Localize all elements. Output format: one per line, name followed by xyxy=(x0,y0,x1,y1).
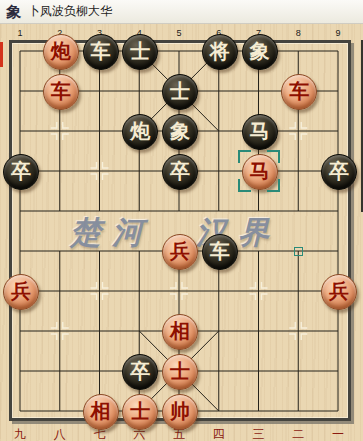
piece-red-4-10[interactable]: 士 xyxy=(122,394,158,430)
piece-red-2-2[interactable]: 车 xyxy=(43,74,79,110)
piece-red-7-4[interactable]: 马 xyxy=(242,154,278,190)
file-label-bottom: 三 xyxy=(251,426,267,441)
file-label-bottom: 八 xyxy=(52,426,68,441)
piece-red-8-2[interactable]: 车 xyxy=(281,74,317,110)
xiangqi-app-icon: 象 xyxy=(5,3,22,20)
piece-black-4-3[interactable]: 炮 xyxy=(122,114,158,150)
xiangqi-board[interactable]: 楚河 汉界 123456789九八七六五四三二一炮车士将象车士车炮象马卒卒马卒兵… xyxy=(0,24,363,441)
file-label-bottom: 一 xyxy=(330,426,346,441)
piece-black-5-2[interactable]: 士 xyxy=(162,74,198,110)
piece-red-9-7[interactable]: 兵 xyxy=(321,274,357,310)
piece-black-4-1[interactable]: 士 xyxy=(122,34,158,70)
file-label-top: 9 xyxy=(331,28,345,38)
xiangqi-window: 象 卜凤波负柳大华 楚河 汉界 123456789九八七六五四三二一炮车士将象车… xyxy=(0,0,363,441)
last-move-origin-marker xyxy=(294,247,303,256)
piece-black-3-1[interactable]: 车 xyxy=(83,34,119,70)
file-label-top: 5 xyxy=(172,28,186,38)
piece-red-1-7[interactable]: 兵 xyxy=(3,274,39,310)
file-label-top: 1 xyxy=(13,28,27,38)
piece-black-1-4[interactable]: 卒 xyxy=(3,154,39,190)
piece-red-5-9[interactable]: 士 xyxy=(162,354,198,390)
piece-black-7-3[interactable]: 马 xyxy=(242,114,278,150)
left-edge-red-mark xyxy=(0,42,3,67)
title-bar: 象 卜凤波负柳大华 xyxy=(0,0,363,24)
file-label-bottom: 二 xyxy=(290,426,306,441)
piece-red-3-10[interactable]: 相 xyxy=(83,394,119,430)
file-label-top: 8 xyxy=(291,28,305,38)
piece-black-4-9[interactable]: 卒 xyxy=(122,354,158,390)
river-text-left: 楚河 xyxy=(70,212,154,254)
file-label-bottom: 四 xyxy=(211,426,227,441)
piece-red-2-1[interactable]: 炮 xyxy=(43,34,79,70)
file-label-bottom: 九 xyxy=(12,426,28,441)
piece-black-6-6[interactable]: 车 xyxy=(202,234,238,270)
piece-red-5-8[interactable]: 相 xyxy=(162,314,198,350)
window-title: 卜凤波负柳大华 xyxy=(28,3,112,20)
piece-red-5-10[interactable]: 帅 xyxy=(162,394,198,430)
piece-black-7-1[interactable]: 象 xyxy=(242,34,278,70)
piece-black-6-1[interactable]: 将 xyxy=(202,34,238,70)
piece-red-5-6[interactable]: 兵 xyxy=(162,234,198,270)
piece-black-5-4[interactable]: 卒 xyxy=(162,154,198,190)
piece-black-5-3[interactable]: 象 xyxy=(162,114,198,150)
piece-black-9-4[interactable]: 卒 xyxy=(321,154,357,190)
